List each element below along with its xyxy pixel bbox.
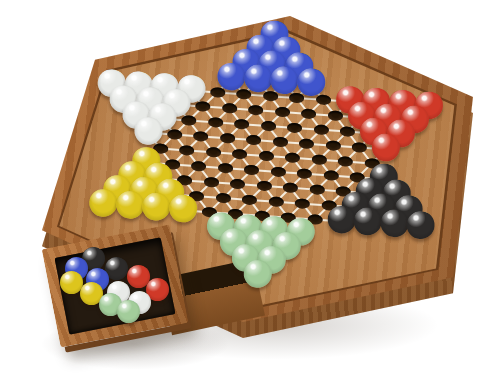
scene: ●●●●●●●●●●●●●●●●●●●●●●●●●●●●●●●●●●●●●●●●… [0, 0, 500, 373]
drawer-interior [55, 237, 176, 334]
